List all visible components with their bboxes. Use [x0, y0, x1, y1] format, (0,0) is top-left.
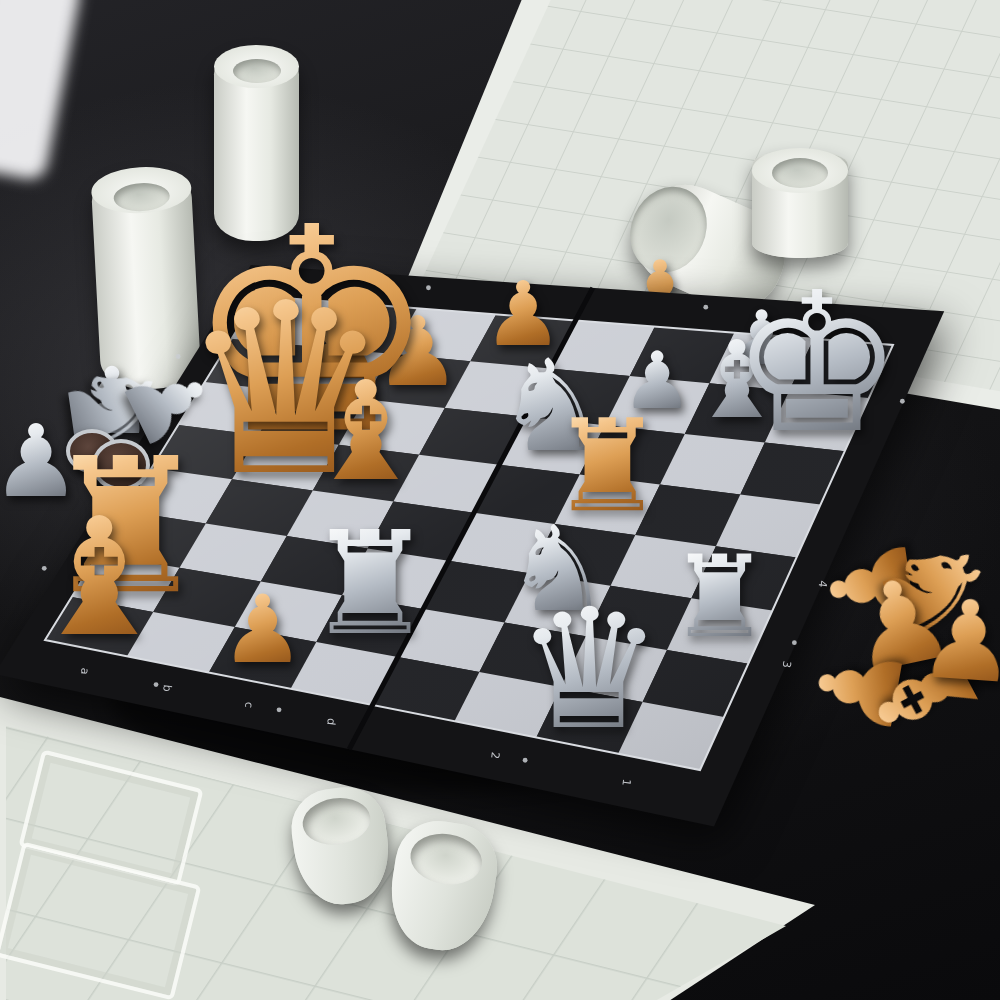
gold-pawn-c1[interactable]: ♟ [220, 582, 304, 676]
silver-king-h7[interactable]: ♚ [730, 266, 903, 459]
gold-pawn[interactable]: ♟ [915, 583, 1000, 700]
silver-queen-g1[interactable]: ♛ [515, 587, 664, 753]
frame-screw [277, 707, 282, 712]
frame-screw [703, 305, 708, 310]
frame-screw [792, 640, 797, 645]
frame-screw [154, 682, 159, 687]
silver-rook-h3[interactable]: ♜ [669, 540, 770, 653]
gold-bishop-c5[interactable]: ♝ [305, 363, 428, 500]
gold-bishop-a1[interactable]: ♝ [26, 496, 172, 659]
silver-rook-d2[interactable]: ♜ [306, 511, 434, 654]
product-photo-scene: abcd2143 ♟♟♟♟♟♝♚♚♞♛♝♜♞♜♜♜♝♟♛♟♟♟♞♟♟♞♟♟♝♟ [0, 0, 1000, 1000]
